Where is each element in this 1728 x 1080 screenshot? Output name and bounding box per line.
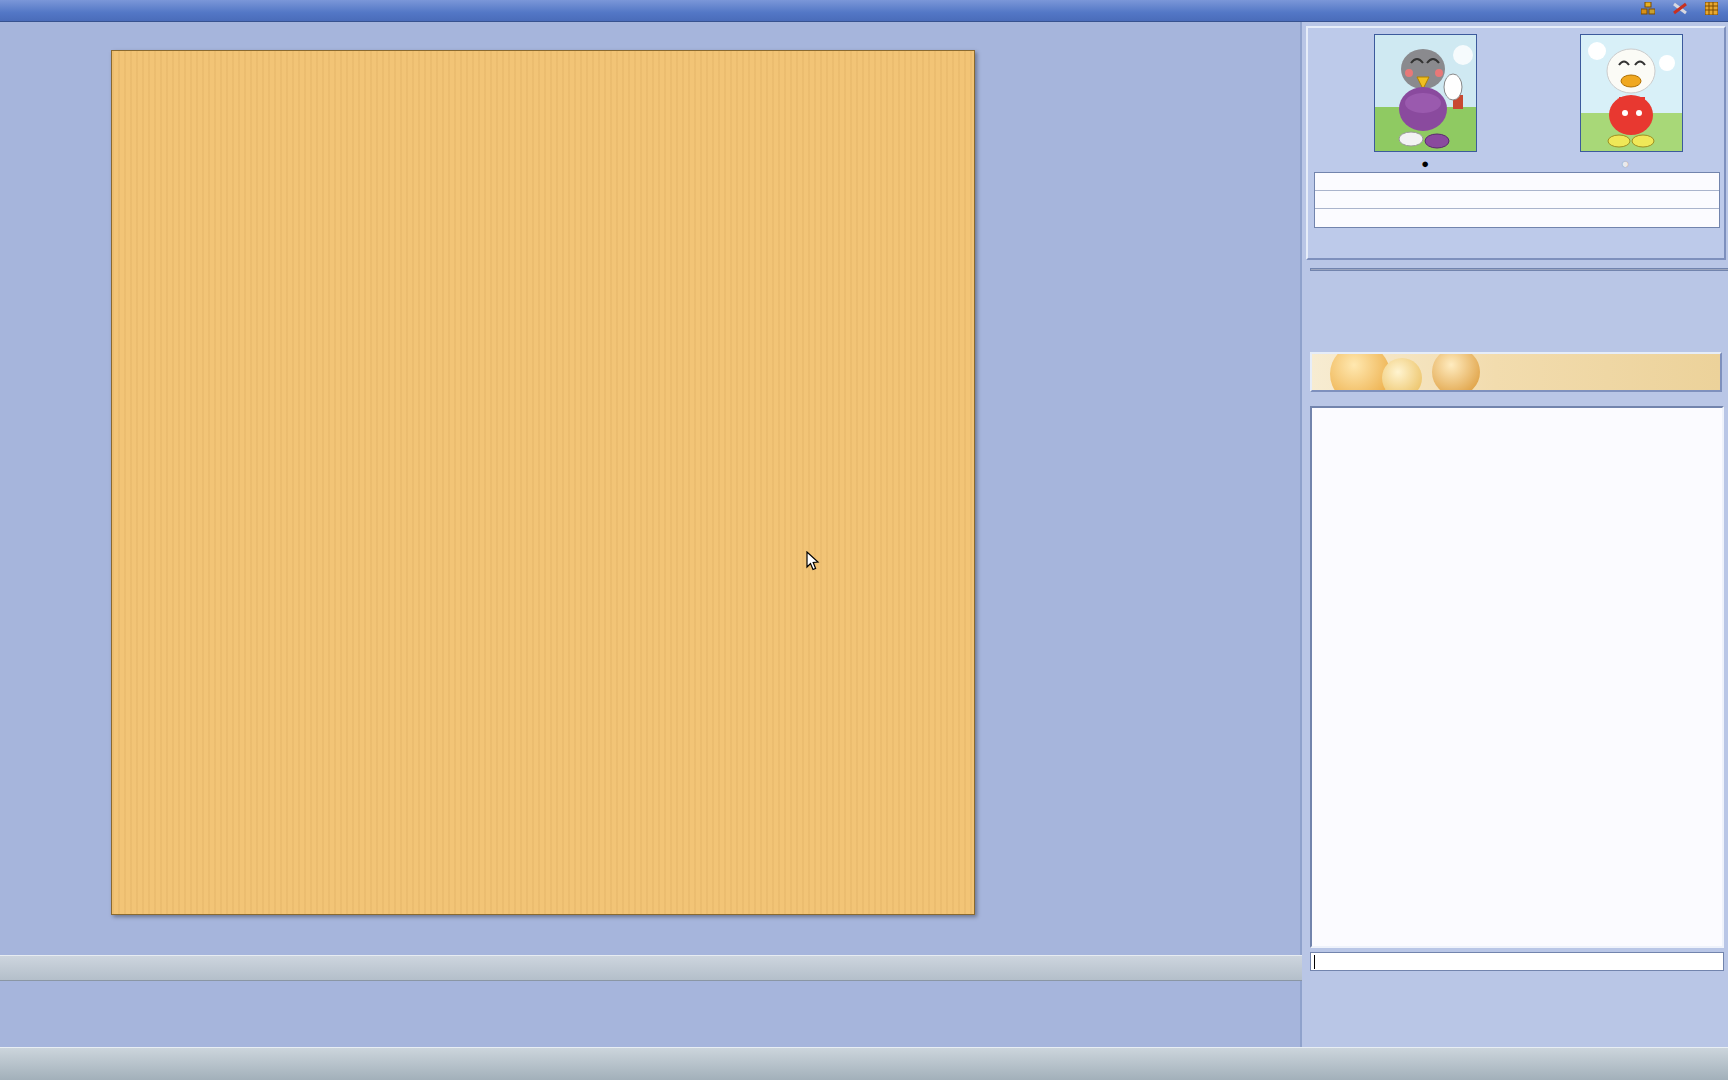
blocks-icon (1641, 2, 1655, 15)
black-stone-icon: ● (1421, 156, 1429, 171)
mouse-cursor (806, 551, 820, 571)
avatar-white (1580, 34, 1683, 152)
captures-label (1450, 191, 1585, 209)
tools-icon (1673, 2, 1687, 15)
time-label (1450, 173, 1585, 191)
ad-image (1330, 352, 1390, 392)
go-board[interactable] (111, 50, 975, 915)
menu-board[interactable] (1705, 2, 1722, 15)
text-caret (1314, 955, 1315, 969)
chat-input[interactable] (1310, 952, 1724, 971)
black-time (1315, 173, 1450, 191)
title-menu (1641, 2, 1722, 15)
byoyomi-label (1450, 209, 1585, 227)
white-stone-icon: ● (1621, 156, 1629, 171)
white-captures (1584, 191, 1719, 209)
chat-panel[interactable] (1310, 406, 1724, 948)
menu-switch-lobby[interactable] (1641, 2, 1659, 15)
room-table-header (1311, 269, 1728, 270)
white-byoyomi (1584, 209, 1719, 227)
white-player-name: ● (1524, 156, 1728, 171)
sidebar: ● ● (1300, 22, 1728, 1048)
ad-banner[interactable] (1310, 352, 1722, 392)
white-time (1584, 173, 1719, 191)
status-bar (0, 1047, 1728, 1080)
board-grid (112, 51, 976, 916)
room-tabs-strip (0, 955, 1302, 981)
grid-icon (1705, 2, 1718, 15)
ad-image (1382, 358, 1422, 392)
black-byoyomi (1315, 209, 1450, 227)
timer-table (1314, 172, 1720, 228)
avatar-black (1374, 34, 1477, 152)
black-captures (1315, 191, 1450, 209)
app-window: ● ● (0, 0, 1728, 1080)
black-player-name: ● (1324, 156, 1530, 171)
title-bar (0, 0, 1728, 22)
room-player-table (1310, 268, 1728, 271)
menu-settings[interactable] (1673, 2, 1691, 15)
ad-image (1432, 352, 1480, 392)
